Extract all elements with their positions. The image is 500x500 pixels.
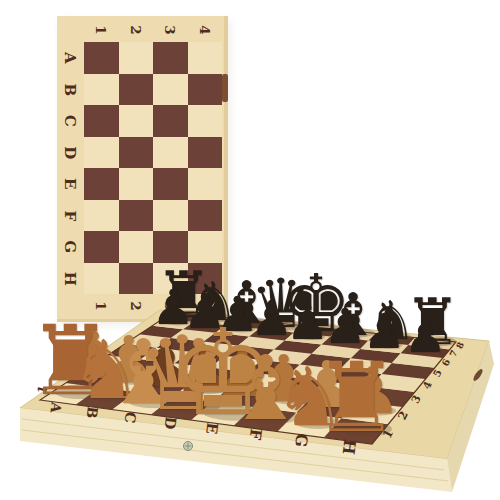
piece-white-knight: ♞ <box>240 357 380 438</box>
piece-white-pawn: ♟ <box>133 337 273 402</box>
piece-white-rook: ♜ <box>286 350 426 446</box>
piece-black-bishop: ♝ <box>177 274 317 333</box>
piece-black-pawn: ♟ <box>314 307 454 355</box>
piece-black-pawn: ♟ <box>202 294 342 342</box>
piece-black-knight: ♞ <box>322 294 462 348</box>
piece-white-bishop: ♝ <box>195 345 335 434</box>
piece-white-pawn: ♟ <box>302 359 442 424</box>
piece-white-queen: ♛ <box>112 323 252 425</box>
piece-black-pawn: ♟ <box>135 287 275 335</box>
piece-white-rook: ♜ <box>0 313 140 409</box>
piece-black-bishop: ♝ <box>283 286 423 345</box>
piece-black-rook: ♜ <box>362 290 500 354</box>
piece-white-pawn: ♟ <box>172 342 312 407</box>
piece-black-knight: ♞ <box>144 275 284 329</box>
piece-white-knight: ♞ <box>36 330 176 411</box>
piece-white-pawn: ♟ <box>257 353 397 418</box>
piece-white-pawn: ♟ <box>24 324 164 389</box>
piece-white-pawn: ♟ <box>214 347 354 412</box>
piece-black-pawn: ♟ <box>167 290 307 338</box>
pieces-layer: ♜♞♝♛♚♝♞♜♟♟♟♟♟♟♟♟♟♟♟♟♟♟♟♟♜♞♝♛♚♝♞♜ <box>0 0 500 500</box>
piece-black-pawn: ♟ <box>238 298 378 346</box>
piece-black-king: ♚ <box>246 264 386 343</box>
piece-black-pawn: ♟ <box>275 302 415 350</box>
piece-white-king: ♚ <box>153 313 293 433</box>
piece-black-pawn: ♟ <box>355 311 495 359</box>
piece-white-pawn: ♟ <box>95 332 235 397</box>
scene: ABCDEFGH12341234 ABCDEFGH123456781 ♜♞♝♛♚… <box>0 0 500 500</box>
piece-white-bishop: ♝ <box>73 329 213 418</box>
piece-black-queen: ♛ <box>211 270 351 338</box>
piece-black-rook: ♜ <box>113 263 253 327</box>
piece-black-pawn: ♟ <box>103 283 243 331</box>
piece-white-pawn: ♟ <box>59 328 199 393</box>
